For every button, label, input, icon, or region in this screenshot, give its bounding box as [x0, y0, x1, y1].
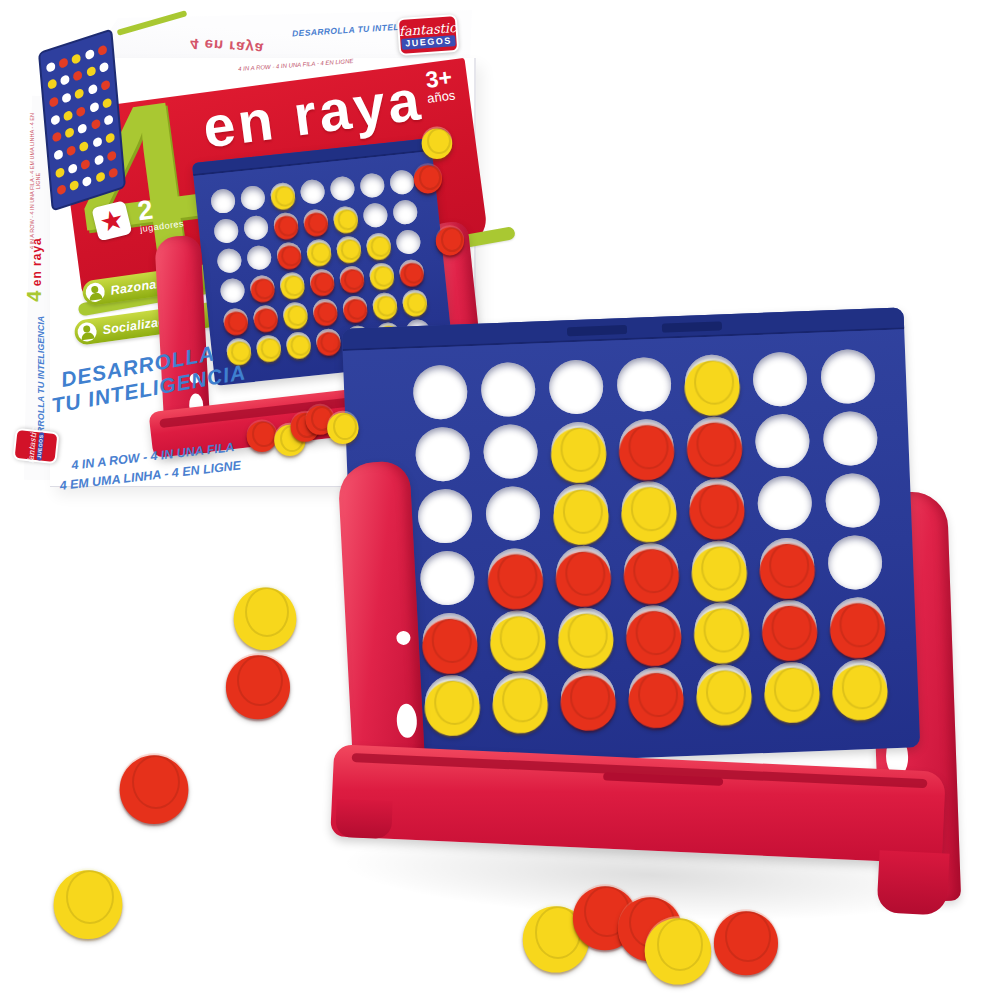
thumbnail-dot [98, 44, 108, 56]
hole [243, 215, 269, 241]
thumbnail-dot [73, 70, 83, 82]
thumbnail-dot [95, 171, 105, 183]
yellow-disc: ● [400, 285, 430, 319]
board-cell [356, 169, 389, 202]
loose-yellow-disc: ● [645, 911, 711, 977]
board-cell: ● [485, 667, 555, 732]
thumbnail-dot [67, 145, 77, 157]
hole [210, 188, 236, 214]
age-word: años [426, 88, 456, 105]
hole [246, 244, 272, 270]
spine-title-number: 4 [23, 291, 45, 302]
loose-yellow-disc: ● [54, 863, 122, 931]
board-cell [389, 196, 422, 229]
hole [299, 179, 325, 205]
board-cell: ● [252, 331, 285, 364]
loose-red-disc: ● [414, 162, 442, 190]
thumbnail-dot [104, 114, 114, 126]
icon-shape [81, 332, 95, 341]
yellow-disc: ● [420, 120, 455, 160]
loose-yellow-disc: ● [328, 410, 359, 441]
yellow-disc: ● [691, 654, 757, 728]
main-board-grid: ●●●●●●●●●●●●●●●●●●●●●●●●●● [405, 344, 895, 734]
yellow-disc: ● [419, 665, 485, 739]
thumbnail-dot [81, 158, 91, 170]
product-photo-stage: DESARROLLA TU INTELIGENCIA 4 en raya 4 I… [0, 0, 1000, 1000]
thumbnail-dot [48, 78, 58, 90]
yellow-disc: ● [325, 405, 361, 446]
hole [359, 172, 385, 198]
hole [752, 351, 808, 407]
thumbnail-dot [72, 52, 82, 64]
red-disc: ● [221, 638, 294, 722]
hole [480, 362, 536, 418]
thumbnail-dot [107, 150, 117, 162]
thumbnail-dot [46, 61, 56, 73]
loose-red-disc: ● [714, 904, 778, 968]
yellow-disc: ● [283, 327, 313, 361]
thumbnail-dot [62, 92, 72, 104]
right-foot [876, 850, 949, 916]
thumbnail-dot [68, 162, 78, 174]
thumbnail-dot [92, 136, 102, 148]
hole [825, 472, 881, 528]
board-cell [475, 419, 545, 484]
reasoning-icon [84, 282, 105, 303]
red-disc: ● [313, 324, 343, 358]
loose-red-disc: ● [226, 648, 290, 712]
board-cell [236, 181, 269, 214]
thumbnail-dot [52, 131, 62, 143]
hole [392, 199, 418, 225]
thumbnail-dot [76, 105, 86, 117]
hole [822, 410, 878, 466]
hole [362, 202, 388, 228]
thumbnail-dot [91, 119, 101, 131]
left-foot [335, 799, 392, 839]
hole [820, 349, 876, 405]
thumbnail-dot [54, 149, 64, 161]
board-cell [410, 484, 480, 549]
thumbnail-dot [51, 114, 61, 126]
thumbnail-dot [94, 154, 104, 166]
thumbnail-dot [89, 101, 99, 113]
hole [483, 424, 539, 480]
hole [412, 364, 468, 420]
thumbnail-dot [86, 66, 96, 78]
yellow-disc: ● [254, 330, 284, 364]
board-cell [745, 347, 815, 412]
social-icon [76, 321, 97, 342]
thumbnail-dot [80, 140, 90, 152]
board-cell: ● [825, 654, 895, 719]
box-corner-grid-thumbnail [38, 28, 126, 211]
thumbnail-dot [99, 62, 109, 74]
board-cell [210, 214, 243, 247]
thumbnail-dot [105, 132, 115, 144]
board-cell [407, 422, 477, 487]
brand-logo-top: fantastic JUEGOS [397, 14, 460, 56]
red-disc: ● [434, 220, 466, 257]
board-cell: ● [398, 285, 431, 318]
hole [240, 185, 266, 211]
hole [395, 229, 421, 255]
board-cell [405, 360, 475, 425]
hole [213, 218, 239, 244]
star-icon: ★ [97, 205, 127, 237]
red-disc: ● [115, 737, 194, 827]
post-cutout [396, 703, 418, 738]
yellow-disc: ● [49, 852, 128, 942]
post-cutout [396, 631, 411, 646]
hole [219, 277, 245, 303]
thumbnail-dot [85, 48, 95, 60]
red-disc: ● [623, 657, 689, 731]
thumbnail-dot [70, 180, 80, 192]
board-cell [818, 468, 888, 533]
hole [417, 488, 473, 544]
yellow-disc: ● [827, 649, 893, 723]
board-cell: ● [689, 659, 759, 724]
hole [216, 248, 242, 274]
yellow-disc: ● [759, 652, 825, 726]
brand-logo-spine: fantastic JUEGOS [12, 428, 59, 464]
thumbnail-dot [65, 127, 75, 139]
thumbnail-dot [57, 184, 67, 196]
yellow-disc: ● [640, 901, 716, 988]
age-recommendation: 3+ años [423, 66, 456, 105]
hole [754, 413, 810, 469]
red-disc: ● [555, 660, 621, 734]
red-disc: ● [709, 894, 782, 978]
board-cell: ● [553, 664, 623, 729]
brand-block: JUEGOS [37, 432, 45, 460]
board-cell: ● [757, 657, 827, 722]
loose-red-disc: ● [436, 224, 464, 252]
icon-shape [89, 292, 103, 301]
board-cell [747, 409, 817, 474]
lip-notch [662, 321, 722, 332]
thumbnail-dot [78, 123, 88, 135]
loose-yellow-disc: ● [422, 125, 452, 155]
thumbnail-dot [60, 74, 70, 86]
spine-title-text: en raya [30, 237, 44, 286]
board-cell: ● [621, 662, 691, 727]
thumbnail-dot [75, 88, 85, 100]
thumbnail-dot [108, 167, 118, 179]
board-cell: ● [282, 328, 315, 361]
thumbnail-dot [83, 176, 93, 188]
players-count: 2 jugadores [136, 193, 184, 235]
board-cell [815, 406, 885, 471]
board-cell: ● [312, 324, 345, 357]
board-panel: ●●●●●●●●●●●●●●●●●●●●●●●●●● [342, 307, 920, 768]
lip-notch [567, 325, 627, 336]
hole [415, 426, 471, 482]
board-cell: ● [417, 670, 487, 735]
thumbnail-dot [102, 97, 112, 109]
thumbnail-dot [101, 79, 111, 91]
board-cell [813, 344, 883, 409]
base-edge [352, 753, 927, 788]
thumbnail-dot [49, 96, 59, 108]
thumbnail-dot [64, 109, 74, 121]
thumbnail-dot [88, 83, 98, 95]
board-cell [240, 211, 273, 244]
thumbnail-dot [59, 57, 69, 69]
board-cell [473, 357, 543, 422]
hole [329, 175, 355, 201]
board-cell [207, 185, 240, 218]
loose-red-disc: ● [120, 748, 188, 816]
red-disc: ● [412, 158, 444, 195]
thumbnail-dot [55, 166, 65, 178]
yellow-disc: ● [487, 662, 553, 736]
board-cell [213, 244, 246, 277]
